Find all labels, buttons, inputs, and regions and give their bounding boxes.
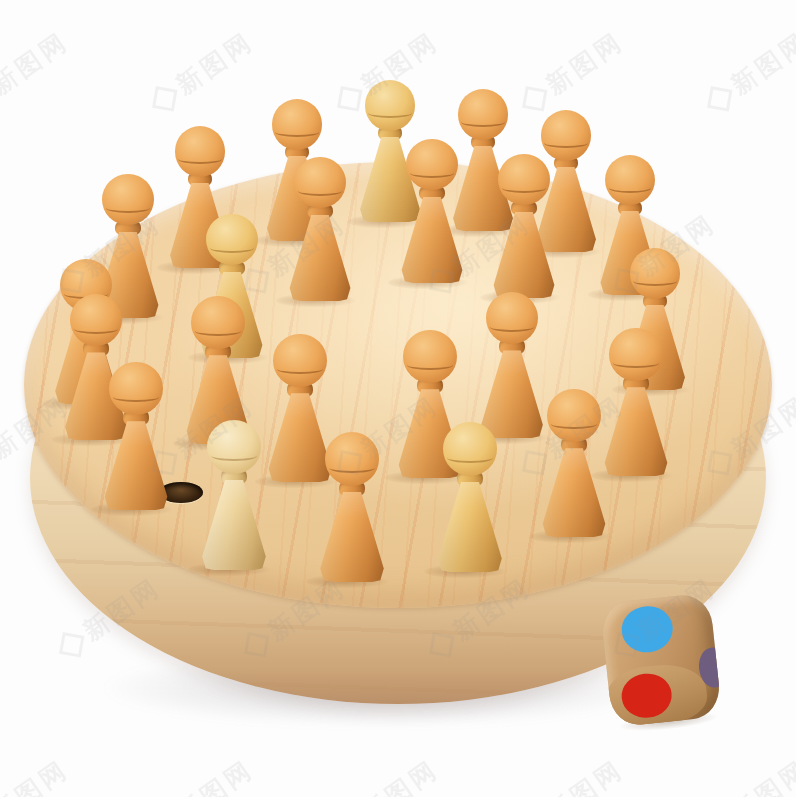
pawn-body [540,448,608,537]
watermark-item: 新图网 [701,25,796,119]
pawn-head [609,328,662,381]
diamond-logo-icon [152,86,177,111]
watermark-text: 新图网 [540,25,630,102]
product-photo-stage: 新图网新图网新图网新图网新图网新图网新图网新图网新图网新图网新图网新图网新图网新… [0,0,796,797]
pawn-body [102,421,170,510]
peg-piece[interactable] [399,139,465,283]
pawn-head [191,296,244,349]
pawn-head [498,154,549,205]
pawn-head [486,292,538,344]
pawn-body [318,492,387,582]
watermark-item: 新图网 [146,25,260,119]
diamond-logo-icon [707,86,732,111]
pawn-head [272,99,323,150]
pawn-head [70,294,122,346]
pawn-head [547,389,600,442]
watermark-item: 新图网 [0,25,75,119]
watermark-item: 新图网 [516,25,630,119]
peg-piece[interactable] [102,362,170,510]
peg-piece[interactable] [200,420,269,570]
pawn-head [630,248,681,299]
peg-piece[interactable] [479,292,546,438]
peg-piece[interactable] [287,157,353,301]
pawn-head [406,139,457,190]
peg-piece[interactable] [436,422,505,572]
pawn-body [436,482,505,572]
watermark-text: 新图网 [0,25,75,102]
peg-piece[interactable] [318,432,387,582]
peg-piece[interactable] [491,154,557,298]
watermark-text: 新图网 [170,753,260,797]
watermark-text: 新图网 [540,753,630,797]
peg-piece[interactable] [540,389,608,537]
pawn-head [206,214,257,265]
pawn-head [458,89,509,140]
pawn-head [403,330,456,383]
watermark-item: 新图网 [516,753,630,797]
watermark-item: 新图网 [146,753,260,797]
pawn-head [102,174,153,225]
pawn-body [287,215,353,301]
diamond-logo-icon [59,632,84,657]
pawn-head [325,432,379,486]
watermark-text: 新图网 [725,25,796,102]
pawn-body [200,480,269,570]
watermark-text: 新图网 [725,753,796,797]
watermark-item: 新图网 [0,753,75,797]
watermark-text: 新图网 [355,753,445,797]
pawn-head [294,157,345,208]
die-body [600,593,722,728]
diamond-logo-icon [522,86,547,111]
pawn-head [109,362,162,415]
pawn-head [273,334,326,387]
pawn-body [602,387,670,476]
watermark-text: 新图网 [170,25,260,102]
watermark-text: 新图网 [0,753,75,797]
pawn-body [399,197,465,283]
pawn-head [443,422,497,476]
watermark-item: 新图网 [331,753,445,797]
peg-piece[interactable] [602,328,670,476]
pawn-head [365,80,416,131]
pawn-head [207,420,261,474]
color-die[interactable] [600,593,722,728]
pawn-body [491,212,557,298]
watermark-item: 新图网 [701,753,796,797]
pawn-head [605,155,655,205]
pawn-head [175,126,226,177]
